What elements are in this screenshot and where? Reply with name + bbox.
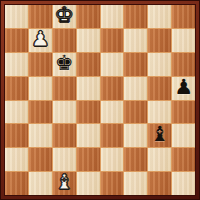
- square-f8[interactable]: [124, 5, 147, 28]
- square-h6[interactable]: [172, 53, 195, 76]
- square-h7[interactable]: [172, 29, 195, 52]
- square-g8[interactable]: [148, 5, 171, 28]
- square-e5[interactable]: [101, 77, 124, 100]
- square-e1[interactable]: [101, 172, 124, 195]
- square-a4[interactable]: [5, 101, 28, 124]
- white-bishop[interactable]: ♝: [55, 172, 74, 193]
- square-d7[interactable]: [77, 29, 100, 52]
- square-c2[interactable]: [53, 148, 76, 171]
- square-d6[interactable]: [77, 53, 100, 76]
- square-c7[interactable]: [53, 29, 76, 52]
- square-g5[interactable]: [148, 77, 171, 100]
- square-g3[interactable]: ♝: [148, 124, 171, 147]
- square-c5[interactable]: [53, 77, 76, 100]
- square-e7[interactable]: [101, 29, 124, 52]
- square-h4[interactable]: [172, 101, 195, 124]
- square-b8[interactable]: [29, 5, 52, 28]
- square-h1[interactable]: [172, 172, 195, 195]
- square-c4[interactable]: [53, 101, 76, 124]
- square-b7[interactable]: ♟: [29, 29, 52, 52]
- white-king[interactable]: ♚: [55, 5, 74, 26]
- chess-board-frame: ♚♟♚♟♝♝: [0, 0, 200, 200]
- square-f2[interactable]: [124, 148, 147, 171]
- black-king[interactable]: ♚: [55, 53, 74, 74]
- white-pawn[interactable]: ♟: [31, 29, 50, 50]
- square-c1[interactable]: ♝: [53, 172, 76, 195]
- square-a7[interactable]: [5, 29, 28, 52]
- square-a1[interactable]: [5, 172, 28, 195]
- square-h5[interactable]: ♟: [172, 77, 195, 100]
- square-e8[interactable]: [101, 5, 124, 28]
- square-b5[interactable]: [29, 77, 52, 100]
- square-d8[interactable]: [77, 5, 100, 28]
- square-a3[interactable]: [5, 124, 28, 147]
- square-a6[interactable]: [5, 53, 28, 76]
- square-b4[interactable]: [29, 101, 52, 124]
- black-pawn[interactable]: ♟: [174, 77, 193, 98]
- square-g6[interactable]: [148, 53, 171, 76]
- square-b3[interactable]: [29, 124, 52, 147]
- square-d3[interactable]: [77, 124, 100, 147]
- square-h2[interactable]: [172, 148, 195, 171]
- square-b1[interactable]: [29, 172, 52, 195]
- square-g4[interactable]: [148, 101, 171, 124]
- square-h3[interactable]: [172, 124, 195, 147]
- square-a5[interactable]: [5, 77, 28, 100]
- square-d2[interactable]: [77, 148, 100, 171]
- square-d1[interactable]: [77, 172, 100, 195]
- square-h8[interactable]: [172, 5, 195, 28]
- square-b6[interactable]: [29, 53, 52, 76]
- square-f6[interactable]: [124, 53, 147, 76]
- square-a2[interactable]: [5, 148, 28, 171]
- square-g7[interactable]: [148, 29, 171, 52]
- square-d5[interactable]: [77, 77, 100, 100]
- square-f3[interactable]: [124, 124, 147, 147]
- black-bishop[interactable]: ♝: [150, 124, 169, 145]
- square-g1[interactable]: [148, 172, 171, 195]
- square-a8[interactable]: [5, 5, 28, 28]
- square-e2[interactable]: [101, 148, 124, 171]
- square-g2[interactable]: [148, 148, 171, 171]
- square-f5[interactable]: [124, 77, 147, 100]
- square-b2[interactable]: [29, 148, 52, 171]
- chess-board: ♚♟♚♟♝♝: [5, 5, 195, 195]
- square-f4[interactable]: [124, 101, 147, 124]
- square-f7[interactable]: [124, 29, 147, 52]
- square-c3[interactable]: [53, 124, 76, 147]
- square-f1[interactable]: [124, 172, 147, 195]
- square-e3[interactable]: [101, 124, 124, 147]
- square-d4[interactable]: [77, 101, 100, 124]
- square-e4[interactable]: [101, 101, 124, 124]
- square-e6[interactable]: [101, 53, 124, 76]
- square-c6[interactable]: ♚: [53, 53, 76, 76]
- square-c8[interactable]: ♚: [53, 5, 76, 28]
